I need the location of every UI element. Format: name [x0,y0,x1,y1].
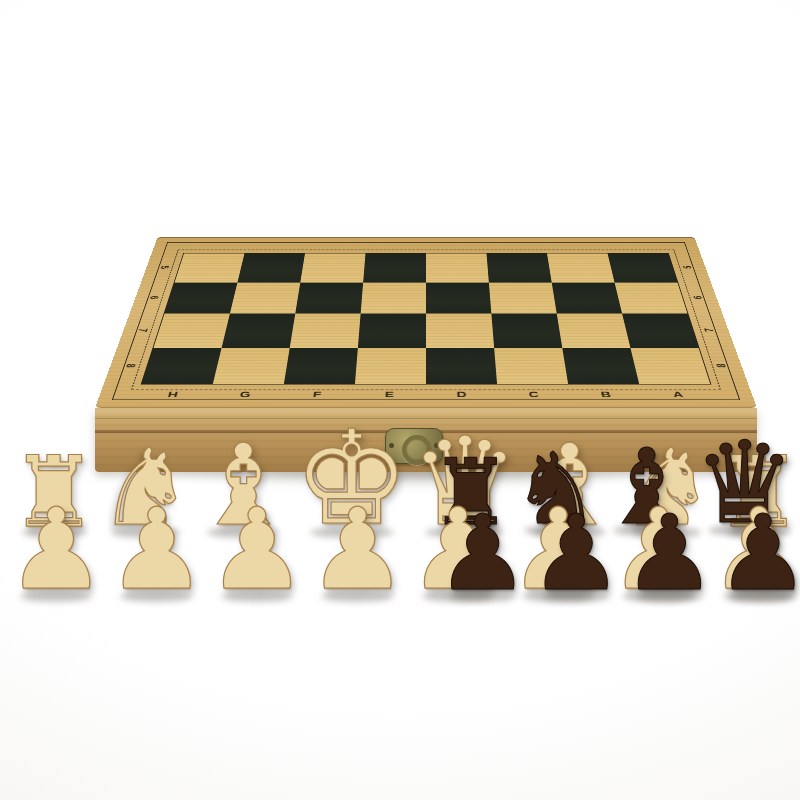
square-c5 [487,253,552,282]
square-e6 [361,282,426,313]
square-c8 [494,347,568,384]
square-g5 [237,253,305,282]
square-f6 [295,282,363,313]
file-label-d: D [426,390,499,399]
square-d6 [426,282,491,313]
black-pawn-row: ♟♟♟♟♟♟♟♟ [436,488,782,596]
white-pawn-glyph: ♟ [207,504,307,596]
square-c6 [489,282,557,313]
white-pawn-4: ♟ [307,486,407,596]
file-label-e: E [353,390,426,399]
file-label-g: G [208,390,282,399]
rank-label-left-7: 7 [136,328,151,331]
square-a7 [622,314,698,348]
square-b8 [562,347,639,384]
square-g8 [213,347,290,384]
rank-label-left-6: 6 [147,296,161,299]
rank-label-left-5: 5 [158,266,172,269]
square-f7 [290,314,361,348]
white-pawn-row: ♟♟♟♟♟♟♟♟ [6,486,434,596]
rank-label-right-6: 6 [691,296,705,299]
square-b5 [547,253,615,282]
board-squares [141,253,712,384]
square-h5 [175,253,245,282]
white-pawn-glyph: ♟ [307,504,407,596]
rank-label-right-8: 8 [713,364,729,368]
black-pawn-2: ♟ [529,488,622,596]
square-d8 [426,347,497,384]
square-b6 [552,282,622,313]
square-a5 [608,253,678,282]
white-pawn-3: ♟ [207,486,307,596]
square-h8 [142,347,222,384]
board-top: HGFEDCBA 5678 5678 [95,237,757,408]
black-pawn-glyph: ♟ [716,511,800,596]
square-f5 [300,253,365,282]
square-g6 [230,282,300,313]
square-a6 [615,282,688,313]
square-c7 [491,314,562,348]
file-label-a: A [641,390,716,399]
square-h6 [165,282,238,313]
file-label-b: B [570,390,644,399]
scene: HGFEDCBA 5678 5678 ♜♞♝♚♛♝♞♜ ♟♟♟♟♟♟♟♟ ♜♞♝… [0,0,800,800]
square-b7 [557,314,631,348]
white-pawn-glyph: ♟ [106,504,206,596]
file-label-f: F [281,390,354,399]
black-pawn-3: ♟ [623,488,716,596]
black-pawn-glyph: ♟ [623,511,716,596]
square-d5 [426,253,489,282]
black-pawn-glyph: ♟ [529,511,622,596]
rank-label-left-8: 8 [123,364,139,368]
square-f8 [284,347,358,384]
black-pawn-4: ♟ [716,488,800,596]
black-pawn-glyph: ♟ [436,511,529,596]
square-h7 [154,314,230,348]
white-pawn-1: ♟ [6,486,106,596]
square-e8 [355,347,426,384]
black-pawn-1: ♟ [436,488,529,596]
square-e5 [363,253,426,282]
file-labels: HGFEDCBA [136,389,716,399]
rank-label-right-5: 5 [680,266,694,269]
square-d7 [426,314,494,348]
white-pawn-2: ♟ [106,486,206,596]
white-pawn-glyph: ♟ [6,504,106,596]
square-g7 [222,314,296,348]
rank-label-right-7: 7 [701,328,716,331]
square-a8 [630,347,710,384]
file-label-h: H [136,390,211,399]
square-e7 [358,314,426,348]
file-label-c: C [498,390,571,399]
